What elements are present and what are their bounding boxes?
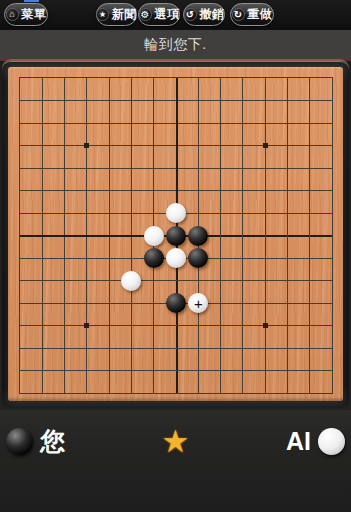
star-point xyxy=(263,323,268,328)
turn-star-icon: ★ xyxy=(162,426,190,457)
app-screen: ⌂ 菜單 ★ 新聞 ⚙ 選項 ↺ 撤銷 ↻ 重做 輪到您下. + xyxy=(0,0,351,512)
white-stone-icon xyxy=(318,428,345,455)
grid-line-vertical xyxy=(242,78,243,393)
black-stone xyxy=(166,293,186,313)
options-button[interactable]: ⚙ 選項 xyxy=(138,3,180,26)
news-button[interactable]: ★ 新聞 xyxy=(96,3,137,26)
player-bar: 您 ★ AI xyxy=(0,410,351,512)
grid-line-horizontal xyxy=(20,348,332,349)
gear-icon: ⚙ xyxy=(139,8,152,21)
status-bar: 輪到您下. xyxy=(0,30,351,61)
undo-arrow-icon: ↺ xyxy=(184,8,197,21)
undo-button[interactable]: ↺ 撤銷 xyxy=(183,3,225,26)
redo-button-label: 重做 xyxy=(248,6,273,23)
menu-button-label: 菜單 xyxy=(22,6,47,23)
grid-line-vertical xyxy=(309,78,310,393)
board-wood: + xyxy=(8,67,343,401)
player-you: 您 xyxy=(6,425,65,458)
player-you-label: 您 xyxy=(40,425,65,458)
grid-line-horizontal xyxy=(20,280,332,281)
last-move-marker: + xyxy=(188,293,208,313)
grid-line-horizontal xyxy=(20,370,332,371)
white-stone xyxy=(121,271,141,291)
star-point xyxy=(263,143,268,148)
grid-line-horizontal xyxy=(20,325,332,326)
undo-button-label: 撤銷 xyxy=(200,6,225,23)
home-icon: ⌂ xyxy=(6,8,19,21)
grid-line-vertical xyxy=(265,78,266,393)
menu-button[interactable]: ⌂ 菜單 xyxy=(4,3,48,26)
turn-status-text: 輪到您下. xyxy=(144,36,206,54)
screen-artifact xyxy=(24,0,39,2)
board-frame: + xyxy=(2,61,349,408)
redo-button[interactable]: ↻ 重做 xyxy=(230,3,274,26)
black-stone xyxy=(188,248,208,268)
player-bar-row: 您 ★ AI xyxy=(0,420,351,462)
black-stone xyxy=(166,226,186,246)
grid-line-vertical xyxy=(287,78,288,393)
player-ai-label: AI xyxy=(286,427,311,456)
white-stone xyxy=(144,226,164,246)
black-stone xyxy=(188,226,208,246)
black-stone xyxy=(144,248,164,268)
board-grid[interactable]: + xyxy=(19,77,333,394)
redo-arrow-icon: ↻ xyxy=(232,8,245,21)
toolbar: ⌂ 菜單 ★ 新聞 ⚙ 選項 ↺ 撤銷 ↻ 重做 xyxy=(0,0,351,30)
white-stone: + xyxy=(188,293,208,313)
black-stone-icon xyxy=(6,428,33,455)
star-point xyxy=(84,143,89,148)
white-stone xyxy=(166,248,186,268)
grid-line-vertical xyxy=(220,78,221,393)
star-icon: ★ xyxy=(96,8,109,21)
white-stone xyxy=(166,203,186,223)
gomoku-board: + xyxy=(0,59,351,410)
player-ai: AI xyxy=(286,427,345,456)
options-button-label: 選項 xyxy=(155,6,180,23)
star-point xyxy=(84,323,89,328)
news-button-label: 新聞 xyxy=(112,6,137,23)
